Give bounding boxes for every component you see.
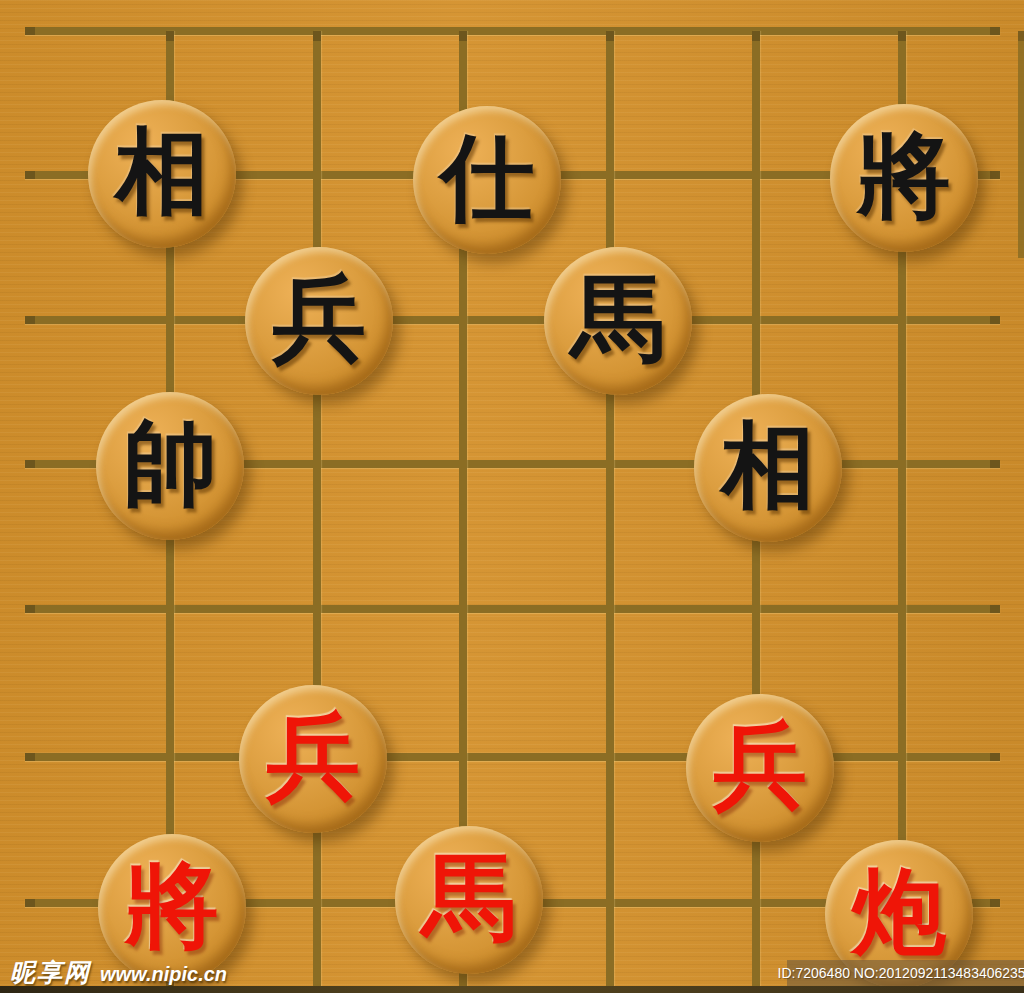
piece-black-馬[interactable]: 馬 [544,247,692,395]
watermark-id-text: ID:7206480 NO:20120921134834062358 [778,965,1024,981]
piece-black-將[interactable]: 將 [830,104,978,252]
grid-edge-line [1018,31,1024,258]
piece-black-相[interactable]: 相 [694,394,842,542]
piece-glyph: 將 [857,129,951,223]
piece-black-帥[interactable]: 帥 [96,392,244,540]
piece-glyph: 仕 [440,131,534,225]
grid-vline [606,31,614,993]
watermark-site-name: 昵享网 [10,956,91,989]
piece-glyph: 將 [125,859,219,953]
watermark-site: 昵享网 www.nipic.cn [10,956,227,989]
watermark-id-badge: ID:7206480 NO:20120921134834062358 [787,960,1024,986]
piece-glyph: 相 [721,419,815,513]
piece-glyph: 兵 [266,710,360,804]
piece-glyph: 兵 [713,719,807,813]
piece-red-兵[interactable]: 兵 [239,685,387,833]
xiangqi-board: 相仕將兵馬帥相兵兵將馬炮 昵享网 www.nipic.cn ID:7206480… [0,0,1024,993]
watermark-site-url: www.nipic.cn [100,963,227,986]
piece-red-兵[interactable]: 兵 [686,694,834,842]
bottom-border-strip [0,986,1024,993]
piece-glyph: 馬 [571,272,665,366]
piece-glyph: 炮 [852,865,946,959]
piece-red-馬[interactable]: 馬 [395,826,543,974]
grid-vline [313,31,321,993]
piece-glyph: 兵 [272,272,366,366]
piece-black-仕[interactable]: 仕 [413,106,561,254]
piece-glyph: 相 [115,125,209,219]
piece-glyph: 帥 [123,417,217,511]
piece-black-相[interactable]: 相 [88,100,236,248]
piece-glyph: 馬 [422,851,516,945]
piece-black-兵[interactable]: 兵 [245,247,393,395]
